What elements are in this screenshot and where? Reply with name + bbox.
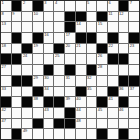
- cell-r10c12: [119, 97, 129, 107]
- clue-number: 22: [108, 44, 112, 48]
- cell-r8c13: [129, 76, 139, 86]
- cell-r3c11[interactable]: [108, 22, 118, 32]
- cell-r11c10[interactable]: 45: [97, 108, 107, 118]
- cell-r5c3: [22, 44, 32, 54]
- cell-r6c13[interactable]: [129, 54, 139, 64]
- cell-r1c9[interactable]: 5: [87, 1, 97, 11]
- cell-r9c11: [108, 87, 118, 97]
- cell-r4c1[interactable]: [1, 33, 11, 43]
- clue-number: 1: [2, 1, 4, 5]
- cell-r2c12[interactable]: 12: [119, 12, 129, 22]
- clue-number: 15: [98, 22, 102, 26]
- cell-r9c10[interactable]: [97, 87, 107, 97]
- cell-r13c8[interactable]: [76, 129, 86, 139]
- cell-r11c5[interactable]: 43: [44, 108, 54, 118]
- clue-number: 14: [76, 22, 80, 26]
- cell-r3c5[interactable]: [44, 22, 54, 32]
- cell-r6c1: [1, 54, 11, 64]
- cell-r2c10: [97, 12, 107, 22]
- cell-r3c12[interactable]: [119, 22, 129, 32]
- cell-r3c7: [65, 22, 75, 32]
- cell-r4c3[interactable]: [22, 33, 32, 43]
- clue-number: 8: [2, 12, 4, 16]
- cell-r12c9[interactable]: [87, 119, 97, 129]
- cell-r8c9[interactable]: 32: [87, 76, 97, 86]
- cell-r13c10: [97, 129, 107, 139]
- cell-r9c5[interactable]: 34: [44, 87, 54, 97]
- cell-r4c8: [76, 33, 86, 43]
- cell-r2c4[interactable]: 10: [33, 12, 43, 22]
- cell-r8c4[interactable]: 29: [33, 76, 43, 86]
- clue-number: 19: [34, 44, 38, 48]
- clue-number: 26: [98, 54, 102, 58]
- cell-r12c8[interactable]: 48: [76, 119, 86, 129]
- clue-number: 17: [66, 33, 70, 37]
- cell-r3c1[interactable]: 13: [1, 22, 11, 32]
- cell-r12c5[interactable]: [44, 119, 54, 129]
- clue-number: 2: [23, 1, 25, 5]
- cell-r12c13[interactable]: [129, 119, 139, 129]
- cell-r13c7[interactable]: [65, 129, 75, 139]
- cell-r13c1[interactable]: [1, 129, 11, 139]
- cell-r7c4[interactable]: [33, 65, 43, 75]
- cell-r5c12[interactable]: [119, 44, 129, 54]
- cell-r9c9[interactable]: 35: [87, 87, 97, 97]
- clue-number: 43: [44, 108, 48, 112]
- clue-number: 48: [76, 119, 80, 123]
- cell-r5c2[interactable]: [12, 44, 22, 54]
- cell-r1c11[interactable]: 6: [108, 1, 118, 11]
- cell-r2c3[interactable]: [22, 12, 32, 22]
- clue-number: 36: [119, 87, 123, 91]
- cell-r4c7[interactable]: 17: [65, 33, 75, 43]
- cell-r9c6[interactable]: [54, 87, 64, 97]
- clue-number: 6: [108, 1, 110, 5]
- cell-r12c4: [33, 119, 43, 129]
- clue-number: 42: [2, 108, 6, 112]
- cell-r10c5: [44, 97, 54, 107]
- cell-r7c2[interactable]: [12, 65, 22, 75]
- cell-r1c3[interactable]: 2: [22, 1, 32, 11]
- cell-r8c2: [12, 76, 22, 86]
- cell-r1c7[interactable]: [65, 1, 75, 11]
- cell-r13c9[interactable]: [87, 129, 97, 139]
- clue-number: 46: [119, 108, 123, 112]
- cell-r7c9: [87, 65, 97, 75]
- cell-r8c6[interactable]: [54, 76, 64, 86]
- cell-r2c11[interactable]: 11: [108, 12, 118, 22]
- cell-r9c8: [76, 87, 86, 97]
- cell-r1c13[interactable]: 7: [129, 1, 139, 11]
- cell-r1c4: [33, 1, 43, 11]
- cell-r1c6[interactable]: 4: [54, 1, 64, 11]
- cell-r5c9[interactable]: [87, 44, 97, 54]
- cell-r4c12[interactable]: [119, 33, 129, 43]
- clue-number: 10: [34, 12, 38, 16]
- cell-r5c5[interactable]: [44, 44, 54, 54]
- cell-r5c13[interactable]: 23: [129, 44, 139, 54]
- cell-r11c11[interactable]: [108, 108, 118, 118]
- cell-r6c2: [12, 54, 22, 64]
- clue-number: 39: [66, 97, 70, 101]
- cell-r7c12[interactable]: [119, 65, 129, 75]
- cell-r5c7[interactable]: 20: [65, 44, 75, 54]
- clue-number: 25: [55, 54, 59, 58]
- cell-r3c10[interactable]: 15: [97, 22, 107, 32]
- cell-r11c9[interactable]: [87, 108, 97, 118]
- cell-r13c3[interactable]: 49: [22, 129, 32, 139]
- clue-number: 34: [44, 87, 48, 91]
- cell-r12c1[interactable]: 47: [1, 119, 11, 129]
- cell-r10c13[interactable]: [129, 97, 139, 107]
- clue-number: 35: [87, 87, 91, 91]
- cell-r10c7[interactable]: 39: [65, 97, 75, 107]
- cell-r4c9: [87, 33, 97, 43]
- cell-r11c1[interactable]: 42: [1, 108, 11, 118]
- cell-r4c2: [12, 33, 22, 43]
- cell-r8c11[interactable]: [108, 76, 118, 86]
- cell-r13c4[interactable]: [33, 129, 43, 139]
- cell-r7c1[interactable]: 27: [1, 65, 11, 75]
- cell-r12c7: [65, 119, 75, 129]
- clue-number: 47: [2, 119, 6, 123]
- cell-r3c2[interactable]: [12, 22, 22, 32]
- clue-number: 31: [66, 76, 70, 80]
- clue-number: 4: [55, 1, 57, 5]
- clue-number: 7: [130, 1, 132, 5]
- clue-number: 49: [23, 129, 27, 133]
- cell-r2c8: [76, 12, 86, 22]
- cell-r4c4: [33, 33, 43, 43]
- clue-number: 24: [23, 54, 27, 58]
- cell-r9c1[interactable]: 33: [1, 87, 11, 97]
- cell-r11c3[interactable]: [22, 108, 32, 118]
- clue-number: 44: [76, 108, 80, 112]
- cell-r12c10[interactable]: [97, 119, 107, 129]
- cell-r1c12: [119, 1, 129, 11]
- cell-r10c8[interactable]: 40: [76, 97, 86, 107]
- cell-r2c6[interactable]: [54, 12, 64, 22]
- clue-number: 45: [98, 108, 102, 112]
- cell-r8c1[interactable]: [1, 76, 11, 86]
- clue-number: 20: [66, 44, 70, 48]
- cell-r6c12: [119, 54, 129, 64]
- clue-number: 18: [2, 44, 6, 48]
- cell-r2c13[interactable]: [129, 12, 139, 22]
- clue-number: 33: [2, 87, 6, 91]
- cell-r6c5[interactable]: [44, 54, 54, 64]
- cell-r9c12[interactable]: 36: [119, 87, 129, 97]
- cell-r2c1[interactable]: 8: [1, 12, 11, 22]
- cell-r5c8[interactable]: 21: [76, 44, 86, 54]
- cell-r6c11: [108, 54, 118, 64]
- cell-r8c10[interactable]: [97, 76, 107, 86]
- clue-number: 3: [44, 1, 46, 5]
- cell-r6c9[interactable]: [87, 54, 97, 64]
- cell-r12c3[interactable]: [22, 119, 32, 129]
- clue-number: 13: [2, 22, 6, 26]
- cell-r11c13[interactable]: [129, 108, 139, 118]
- cell-r10c6: [54, 97, 64, 107]
- clue-number: 12: [119, 12, 123, 16]
- cell-r2c7: [65, 12, 75, 22]
- cell-r7c3[interactable]: [22, 65, 32, 75]
- cell-r1c8[interactable]: [76, 1, 86, 11]
- cell-r12c11[interactable]: [108, 119, 118, 129]
- cell-r8c8[interactable]: [76, 76, 86, 86]
- cell-r4c6[interactable]: [54, 33, 64, 43]
- cell-r13c12: [119, 129, 129, 139]
- cell-r7c7: [65, 65, 75, 75]
- cell-r11c6[interactable]: [54, 108, 64, 118]
- cell-r3c4[interactable]: [33, 22, 43, 32]
- cell-r9c13[interactable]: 37: [129, 87, 139, 97]
- cell-r13c5[interactable]: [44, 129, 54, 139]
- cell-r6c4[interactable]: [33, 54, 43, 64]
- cell-r11c8[interactable]: 44: [76, 108, 86, 118]
- cell-r12c12[interactable]: [119, 119, 129, 129]
- cell-r4c10[interactable]: [97, 33, 107, 43]
- cell-r6c3[interactable]: 24: [22, 54, 32, 64]
- cell-r8c7[interactable]: 31: [65, 76, 75, 86]
- cell-r1c10[interactable]: [97, 1, 107, 11]
- cell-r7c13[interactable]: [129, 65, 139, 75]
- cell-r7c8[interactable]: [76, 65, 86, 75]
- clue-number: 32: [87, 76, 91, 80]
- cell-r10c3: [22, 97, 32, 107]
- cell-r3c9[interactable]: [87, 22, 97, 32]
- clue-number: 41: [108, 97, 112, 101]
- cell-r3c3[interactable]: [22, 22, 32, 32]
- clue-number: 28: [98, 65, 102, 69]
- cell-r8c5[interactable]: 30: [44, 76, 54, 86]
- cell-r9c3[interactable]: [22, 87, 32, 97]
- cell-r5c11[interactable]: 22: [108, 44, 118, 54]
- cell-r2c5[interactable]: [44, 12, 54, 22]
- clue-number: 9: [12, 12, 14, 16]
- clue-number: 11: [108, 12, 112, 16]
- cell-r1c1[interactable]: 1: [1, 1, 11, 11]
- cell-r2c2[interactable]: 9: [12, 12, 22, 22]
- cell-r3c13[interactable]: [129, 22, 139, 32]
- cell-r11c7: [65, 108, 75, 118]
- cell-r3c8[interactable]: 14: [76, 22, 86, 32]
- cell-r1c2: [12, 1, 22, 11]
- cell-r12c2[interactable]: [12, 119, 22, 129]
- clue-number: 38: [34, 97, 38, 101]
- clue-number: 27: [2, 65, 6, 69]
- clue-number: 40: [76, 97, 80, 101]
- clue-number: 29: [34, 76, 38, 80]
- cell-r5c6: [54, 44, 64, 54]
- cell-r9c7[interactable]: [65, 87, 75, 97]
- cell-r7c5: [44, 65, 54, 75]
- cell-r10c2[interactable]: [12, 97, 22, 107]
- cell-r13c2: [12, 129, 22, 139]
- cell-r3c6[interactable]: [54, 22, 64, 32]
- cell-r5c4[interactable]: 19: [33, 44, 43, 54]
- clue-number: 37: [130, 87, 134, 91]
- clue-number: 21: [76, 44, 80, 48]
- cell-r9c4: [33, 87, 43, 97]
- cell-r10c1: [1, 97, 11, 107]
- clue-number: 16: [44, 33, 48, 37]
- cell-r11c4[interactable]: [33, 108, 43, 118]
- cell-r13c6[interactable]: [54, 129, 64, 139]
- cell-r10c4[interactable]: 38: [33, 97, 43, 107]
- cell-r4c13: [129, 33, 139, 43]
- cell-r11c2[interactable]: [12, 108, 22, 118]
- cell-r5c10: [97, 44, 107, 54]
- cell-r6c7[interactable]: [65, 54, 75, 64]
- cell-r6c8[interactable]: [76, 54, 86, 64]
- cell-r4c11: [108, 33, 118, 43]
- cell-r12c6: [54, 119, 64, 129]
- clue-number: 5: [87, 1, 89, 5]
- cell-r13c13[interactable]: [129, 129, 139, 139]
- cell-r7c10[interactable]: 28: [97, 65, 107, 75]
- cell-r4c5[interactable]: 16: [44, 33, 54, 43]
- cell-r5c1[interactable]: 18: [1, 44, 11, 54]
- cell-r10c11[interactable]: 41: [108, 97, 118, 107]
- cell-r6c6[interactable]: 25: [54, 54, 64, 64]
- cell-r8c3: [22, 76, 32, 86]
- cell-r11c12[interactable]: 46: [119, 108, 129, 118]
- cell-r10c10: [97, 97, 107, 107]
- clue-number: 30: [44, 76, 48, 80]
- crossword-board: 1234567891011121314151617181920212223242…: [0, 0, 140, 140]
- cell-r7c6[interactable]: [54, 65, 64, 75]
- cell-r2c9[interactable]: [87, 12, 97, 22]
- clue-number: 23: [130, 44, 134, 48]
- cell-r10c9[interactable]: [87, 97, 97, 107]
- cell-r7c11[interactable]: [108, 65, 118, 75]
- cell-r6c10[interactable]: 26: [97, 54, 107, 64]
- cell-r8c12: [119, 76, 129, 86]
- cell-r9c2[interactable]: [12, 87, 22, 97]
- cell-r13c11[interactable]: [108, 129, 118, 139]
- cell-r1c5[interactable]: 3: [44, 1, 54, 11]
